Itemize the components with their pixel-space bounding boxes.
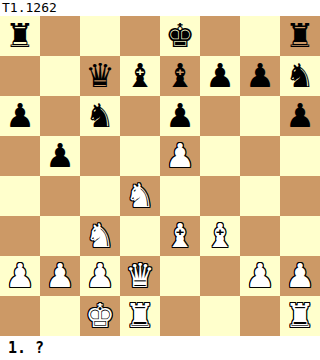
square-b8[interactable] xyxy=(40,16,80,56)
square-d4[interactable]: ♞ xyxy=(120,176,160,216)
square-h1[interactable]: ♜ xyxy=(280,296,320,336)
square-e3[interactable]: ♝ xyxy=(160,216,200,256)
piece-white-rook: ♜ xyxy=(120,296,160,336)
piece-white-bishop: ♝ xyxy=(160,216,200,256)
square-h7[interactable]: ♞ xyxy=(280,56,320,96)
square-c6[interactable]: ♞ xyxy=(80,96,120,136)
square-d5[interactable] xyxy=(120,136,160,176)
piece-black-bishop: ♝ xyxy=(120,56,160,96)
square-e8[interactable]: ♚ xyxy=(160,16,200,56)
puzzle-title: T1.1262 xyxy=(0,1,57,15)
piece-white-pawn: ♟ xyxy=(240,256,280,296)
move-prompt: 1. ? xyxy=(0,339,44,357)
piece-black-king: ♚ xyxy=(160,16,200,56)
square-e4[interactable] xyxy=(160,176,200,216)
square-c7[interactable]: ♛ xyxy=(80,56,120,96)
square-h4[interactable] xyxy=(280,176,320,216)
square-h6[interactable]: ♟ xyxy=(280,96,320,136)
square-a6[interactable]: ♟ xyxy=(0,96,40,136)
square-e7[interactable]: ♝ xyxy=(160,56,200,96)
square-e2[interactable] xyxy=(160,256,200,296)
square-d3[interactable] xyxy=(120,216,160,256)
piece-black-queen: ♛ xyxy=(80,56,120,96)
square-g6[interactable] xyxy=(240,96,280,136)
piece-black-pawn: ♟ xyxy=(200,56,240,96)
square-b6[interactable] xyxy=(40,96,80,136)
square-a7[interactable] xyxy=(0,56,40,96)
square-g8[interactable] xyxy=(240,16,280,56)
title-bar: T1.1262 xyxy=(0,0,320,16)
square-b2[interactable]: ♟ xyxy=(40,256,80,296)
square-f7[interactable]: ♟ xyxy=(200,56,240,96)
square-h2[interactable]: ♟ xyxy=(280,256,320,296)
square-g7[interactable]: ♟ xyxy=(240,56,280,96)
square-h8[interactable]: ♜ xyxy=(280,16,320,56)
piece-white-pawn: ♟ xyxy=(160,136,200,176)
piece-white-knight: ♞ xyxy=(120,176,160,216)
piece-black-pawn: ♟ xyxy=(280,96,320,136)
square-d2[interactable]: ♛ xyxy=(120,256,160,296)
square-c4[interactable] xyxy=(80,176,120,216)
square-b7[interactable] xyxy=(40,56,80,96)
square-d6[interactable] xyxy=(120,96,160,136)
chess-board: ♜♚♜♛♝♝♟♟♞♟♞♟♟♟♟♞♞♝♝♟♟♟♛♟♟♚♜♜ xyxy=(0,16,320,336)
square-g5[interactable] xyxy=(240,136,280,176)
square-a8[interactable]: ♜ xyxy=(0,16,40,56)
square-a4[interactable] xyxy=(0,176,40,216)
piece-white-king: ♚ xyxy=(80,296,120,336)
square-b4[interactable] xyxy=(40,176,80,216)
piece-white-pawn: ♟ xyxy=(40,256,80,296)
piece-white-bishop: ♝ xyxy=(200,216,240,256)
square-e5[interactable]: ♟ xyxy=(160,136,200,176)
piece-white-knight: ♞ xyxy=(80,216,120,256)
square-a5[interactable] xyxy=(0,136,40,176)
piece-black-pawn: ♟ xyxy=(240,56,280,96)
piece-black-rook: ♜ xyxy=(280,16,320,56)
square-d7[interactable]: ♝ xyxy=(120,56,160,96)
square-f4[interactable] xyxy=(200,176,240,216)
square-h5[interactable] xyxy=(280,136,320,176)
square-e1[interactable] xyxy=(160,296,200,336)
piece-black-pawn: ♟ xyxy=(0,96,40,136)
square-c8[interactable] xyxy=(80,16,120,56)
square-a2[interactable]: ♟ xyxy=(0,256,40,296)
square-g4[interactable] xyxy=(240,176,280,216)
move-bar: 1. ? xyxy=(0,336,320,360)
piece-white-queen: ♛ xyxy=(120,256,160,296)
square-f1[interactable] xyxy=(200,296,240,336)
square-b1[interactable] xyxy=(40,296,80,336)
piece-white-pawn: ♟ xyxy=(280,256,320,296)
square-a3[interactable] xyxy=(0,216,40,256)
square-d1[interactable]: ♜ xyxy=(120,296,160,336)
square-g3[interactable] xyxy=(240,216,280,256)
piece-black-knight: ♞ xyxy=(280,56,320,96)
square-b3[interactable] xyxy=(40,216,80,256)
piece-black-bishop: ♝ xyxy=(160,56,200,96)
piece-black-rook: ♜ xyxy=(0,16,40,56)
square-g2[interactable]: ♟ xyxy=(240,256,280,296)
square-c2[interactable]: ♟ xyxy=(80,256,120,296)
square-e6[interactable]: ♟ xyxy=(160,96,200,136)
square-f5[interactable] xyxy=(200,136,240,176)
piece-white-rook: ♜ xyxy=(280,296,320,336)
piece-black-pawn: ♟ xyxy=(160,96,200,136)
piece-white-pawn: ♟ xyxy=(0,256,40,296)
square-c1[interactable]: ♚ xyxy=(80,296,120,336)
square-a1[interactable] xyxy=(0,296,40,336)
square-h3[interactable] xyxy=(280,216,320,256)
square-c5[interactable] xyxy=(80,136,120,176)
piece-black-pawn: ♟ xyxy=(40,136,80,176)
piece-white-pawn: ♟ xyxy=(80,256,120,296)
square-f8[interactable] xyxy=(200,16,240,56)
square-c3[interactable]: ♞ xyxy=(80,216,120,256)
square-f2[interactable] xyxy=(200,256,240,296)
square-b5[interactable]: ♟ xyxy=(40,136,80,176)
square-d8[interactable] xyxy=(120,16,160,56)
square-f3[interactable]: ♝ xyxy=(200,216,240,256)
square-f6[interactable] xyxy=(200,96,240,136)
piece-black-knight: ♞ xyxy=(80,96,120,136)
square-g1[interactable] xyxy=(240,296,280,336)
